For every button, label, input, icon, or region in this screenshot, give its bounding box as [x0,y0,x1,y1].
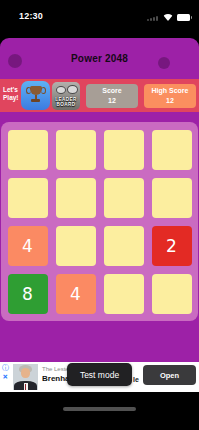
ad-close-icon[interactable]: ✕ [3,374,8,381]
score-box: Score 12 [86,84,138,108]
status-bar: 12:30 [0,0,199,38]
leaderboard-button[interactable]: LEADERBOARD [52,82,80,110]
tile-empty [56,178,96,218]
tile-4: 4 [56,274,96,314]
ad-thumbnail [13,364,38,390]
battery-icon [177,14,190,21]
board-grid[interactable]: 4284 [1,122,198,321]
cellular-signal-icon [147,15,160,21]
tile-empty [56,130,96,170]
open-button[interactable]: Open [143,365,196,385]
tile-empty [104,274,144,314]
tile-empty [152,274,192,314]
trophy-button[interactable] [21,81,50,110]
tile-empty [104,130,144,170]
ad-text-line2: Brenha [42,374,70,383]
clock: 12:30 [19,11,43,21]
tile-empty [152,178,192,218]
score-label: Score [102,86,121,96]
drum-icon [56,86,66,94]
tile-empty [8,130,48,170]
settings-icon[interactable] [158,57,170,69]
trophy-icon [30,86,42,95]
tile-4: 4 [8,226,48,266]
tile-empty [56,226,96,266]
tile-2: 2 [152,226,192,266]
home-indicator[interactable] [63,407,136,411]
ad-banner[interactable]: ⓘ ✕ The Leste Brenha le Test mode Open [0,362,199,392]
drum-icon [67,85,78,94]
test-mode-toast: Test mode [67,363,132,386]
app-window: Power 2048 Let's Play! LEADERBOARD Score… [0,38,199,362]
high-score-box: High Score 12 [144,84,196,108]
score-row: Let's Play! LEADERBOARD Score 12 High Sc… [0,79,199,112]
tile-empty [104,178,144,218]
lets-play-label: Let's Play! [3,86,23,103]
high-score-value: 12 [166,96,174,106]
ad-text-line1: The Leste [42,366,69,372]
ad-info-icon[interactable]: ⓘ [2,364,9,371]
tile-empty [152,130,192,170]
tile-empty [8,178,48,218]
ad-text-line2-end: le [133,376,139,383]
score-value: 12 [108,96,116,106]
tile-8: 8 [8,274,48,314]
high-score-label: High Score [152,86,189,96]
wifi-icon [163,14,173,21]
tile-empty [104,226,144,266]
